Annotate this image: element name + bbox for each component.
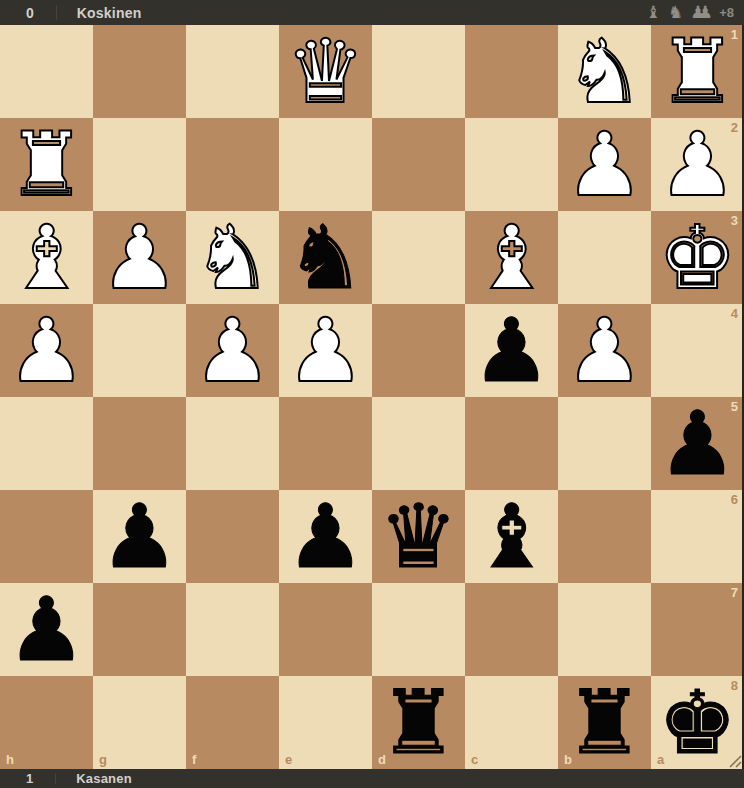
bottom-player-score: 1 (26, 771, 33, 786)
square-a6[interactable]: 6 (651, 490, 744, 583)
square-d5[interactable] (372, 397, 465, 490)
piece-black-rook[interactable]: ♜ (379, 676, 458, 769)
piece-black-pawn[interactable]: ♟ (100, 490, 179, 583)
square-h8[interactable]: h (0, 676, 93, 769)
file-label-e: e (285, 753, 292, 766)
rank-label-2: 2 (731, 121, 738, 134)
square-g4[interactable] (93, 304, 186, 397)
square-g2[interactable] (93, 118, 186, 211)
square-d7[interactable] (372, 583, 465, 676)
rank-label-4: 4 (731, 307, 738, 320)
piece-white-bishop[interactable]: ♝ (7, 211, 86, 304)
square-b3[interactable] (558, 211, 651, 304)
pawn-pair-icon: ♟♟ (690, 4, 712, 21)
material-advantage: +8 (719, 5, 734, 20)
piece-white-bishop[interactable]: ♝ (472, 211, 551, 304)
square-h2[interactable]: ♜ (0, 118, 93, 211)
square-d1[interactable] (372, 25, 465, 118)
piece-white-king[interactable]: ♚ (658, 211, 737, 304)
rank-label-8: 8 (731, 679, 738, 692)
square-g5[interactable] (93, 397, 186, 490)
square-c6[interactable]: ♝ (465, 490, 558, 583)
piece-black-king[interactable]: ♚ (658, 676, 737, 769)
square-a4[interactable]: 4 (651, 304, 744, 397)
piece-black-pawn[interactable]: ♟ (286, 490, 365, 583)
square-c7[interactable] (465, 583, 558, 676)
square-f8[interactable]: f (186, 676, 279, 769)
square-a1[interactable]: 1♜ (651, 25, 744, 118)
square-b2[interactable]: ♟ (558, 118, 651, 211)
piece-white-pawn[interactable]: ♟ (7, 304, 86, 397)
square-d3[interactable] (372, 211, 465, 304)
piece-white-pawn[interactable]: ♟ (286, 304, 365, 397)
rank-label-1: 1 (731, 28, 738, 41)
square-f7[interactable] (186, 583, 279, 676)
square-c5[interactable] (465, 397, 558, 490)
captured-pieces-tray: ♝♞♟♟+8 (646, 4, 734, 21)
bar-divider (55, 773, 56, 784)
square-b7[interactable] (558, 583, 651, 676)
piece-black-pawn[interactable]: ♟ (658, 397, 737, 490)
square-c2[interactable] (465, 118, 558, 211)
square-e7[interactable] (279, 583, 372, 676)
square-d6[interactable]: ♛ (372, 490, 465, 583)
square-c3[interactable]: ♝ (465, 211, 558, 304)
square-a3[interactable]: 3♚ (651, 211, 744, 304)
square-d2[interactable] (372, 118, 465, 211)
square-g1[interactable] (93, 25, 186, 118)
top-player-name: Koskinen (77, 5, 142, 21)
resize-grip-icon[interactable] (729, 755, 742, 768)
square-c4[interactable]: ♟ (465, 304, 558, 397)
piece-black-knight[interactable]: ♞ (286, 211, 365, 304)
square-g7[interactable] (93, 583, 186, 676)
square-e6[interactable]: ♟ (279, 490, 372, 583)
square-e5[interactable] (279, 397, 372, 490)
knight-icon: ♞ (668, 4, 683, 21)
square-h7[interactable]: ♟ (0, 583, 93, 676)
piece-black-bishop[interactable]: ♝ (472, 490, 551, 583)
square-e1[interactable]: ♛ (279, 25, 372, 118)
bishop-icon: ♝ (646, 4, 661, 21)
square-g3[interactable]: ♟ (93, 211, 186, 304)
square-c8[interactable]: c (465, 676, 558, 769)
rank-label-6: 6 (731, 493, 738, 506)
top-player-score: 0 (26, 5, 34, 21)
file-label-c: c (471, 753, 478, 766)
piece-white-pawn[interactable]: ♟ (565, 304, 644, 397)
piece-white-pawn[interactable]: ♟ (658, 118, 737, 211)
piece-white-pawn[interactable]: ♟ (100, 211, 179, 304)
square-h3[interactable]: ♝ (0, 211, 93, 304)
bottom-player-name: Kasanen (76, 771, 132, 786)
square-f5[interactable] (186, 397, 279, 490)
square-e8[interactable]: e (279, 676, 372, 769)
square-a5[interactable]: 5♟ (651, 397, 744, 490)
square-b1[interactable]: ♞ (558, 25, 651, 118)
square-c1[interactable] (465, 25, 558, 118)
file-label-b: b (564, 753, 572, 766)
piece-white-pawn[interactable]: ♟ (565, 118, 644, 211)
file-label-a: a (657, 753, 664, 766)
piece-white-pawn[interactable]: ♟ (193, 304, 272, 397)
rank-label-5: 5 (731, 400, 738, 413)
piece-white-rook[interactable]: ♜ (7, 118, 86, 211)
file-label-f: f (192, 753, 196, 766)
square-f6[interactable] (186, 490, 279, 583)
square-a2[interactable]: 2♟ (651, 118, 744, 211)
square-e4[interactable]: ♟ (279, 304, 372, 397)
square-g8[interactable]: g (93, 676, 186, 769)
square-b8[interactable]: b♜ (558, 676, 651, 769)
piece-white-rook[interactable]: ♜ (658, 25, 737, 118)
file-label-d: d (378, 753, 386, 766)
square-f2[interactable] (186, 118, 279, 211)
square-h6[interactable] (0, 490, 93, 583)
square-b5[interactable] (558, 397, 651, 490)
piece-black-pawn[interactable]: ♟ (7, 583, 86, 676)
square-g6[interactable]: ♟ (93, 490, 186, 583)
square-e2[interactable] (279, 118, 372, 211)
square-f1[interactable] (186, 25, 279, 118)
square-h1[interactable] (0, 25, 93, 118)
piece-black-rook[interactable]: ♜ (565, 676, 644, 769)
square-e3[interactable]: ♞ (279, 211, 372, 304)
rank-label-3: 3 (731, 214, 738, 227)
piece-white-queen[interactable]: ♛ (286, 25, 365, 118)
piece-white-knight[interactable]: ♞ (193, 211, 272, 304)
piece-white-knight[interactable]: ♞ (565, 25, 644, 118)
square-h4[interactable]: ♟ (0, 304, 93, 397)
chess-board: ♛♞1♜♜♟2♟♝♟♞♞♝3♚♟♟♟♟♟45♟♟♟♛♝6♟7hgfed♜cb♜8… (0, 25, 744, 769)
square-h5[interactable] (0, 397, 93, 490)
file-label-h: h (6, 753, 14, 766)
square-b4[interactable]: ♟ (558, 304, 651, 397)
square-d8[interactable]: d♜ (372, 676, 465, 769)
square-f4[interactable]: ♟ (186, 304, 279, 397)
bar-divider (56, 5, 57, 20)
square-d4[interactable] (372, 304, 465, 397)
file-label-g: g (99, 753, 107, 766)
rank-label-7: 7 (731, 586, 738, 599)
piece-black-pawn[interactable]: ♟ (472, 304, 551, 397)
square-a7[interactable]: 7 (651, 583, 744, 676)
square-f3[interactable]: ♞ (186, 211, 279, 304)
piece-black-queen[interactable]: ♛ (379, 490, 458, 583)
square-b6[interactable] (558, 490, 651, 583)
